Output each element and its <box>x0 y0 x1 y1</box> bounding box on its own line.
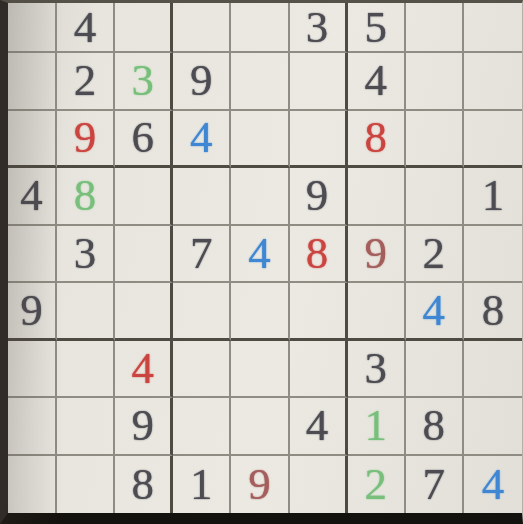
cell-r5c9[interactable] <box>464 226 522 284</box>
cell-r1c4[interactable] <box>173 3 231 53</box>
cell-r4c3[interactable] <box>115 168 173 226</box>
digit-given: 5 <box>364 5 387 50</box>
cell-r3c3[interactable]: 6 <box>115 111 173 169</box>
cell-r2c9[interactable] <box>464 53 522 111</box>
digit-given: 4 <box>74 5 97 50</box>
sudoku-board: 435239496484891374892948439418819274 <box>0 0 523 524</box>
digit-given: 8 <box>482 288 505 333</box>
digit-filled-dark_red: 9 <box>364 231 387 276</box>
cell-r8c2[interactable] <box>57 398 115 456</box>
digit-filled-blue: 4 <box>423 288 446 333</box>
digit-filled-blue: 4 <box>248 231 271 276</box>
digit-filled-green: 2 <box>364 462 387 507</box>
digit-given: 8 <box>423 403 446 448</box>
cell-r7c5[interactable] <box>231 341 289 399</box>
cell-r8c3[interactable]: 9 <box>115 398 173 456</box>
cell-r4c7[interactable] <box>348 168 406 226</box>
cell-r4c4[interactable] <box>173 168 231 226</box>
digit-filled-red: 9 <box>74 115 97 160</box>
cell-r5c5[interactable]: 4 <box>231 226 289 284</box>
cell-r9c5[interactable]: 9 <box>231 456 289 514</box>
sudoku-grid: 435239496484891374892948439418819274 <box>8 3 522 513</box>
cell-r4c2[interactable]: 8 <box>57 168 115 226</box>
cell-r7c6[interactable] <box>290 341 348 399</box>
cell-r4c8[interactable] <box>406 168 464 226</box>
digit-given: 8 <box>131 462 154 507</box>
digit-given: 1 <box>190 462 213 507</box>
cell-r4c6[interactable]: 9 <box>290 168 348 226</box>
cell-r3c7[interactable]: 8 <box>348 111 406 169</box>
cell-r8c1[interactable] <box>8 398 57 456</box>
cell-r7c1[interactable] <box>8 341 57 399</box>
cell-r2c8[interactable] <box>406 53 464 111</box>
cell-r6c5[interactable] <box>231 283 289 341</box>
cell-r2c2[interactable]: 2 <box>57 53 115 111</box>
cell-r1c5[interactable] <box>231 3 289 53</box>
digit-given: 4 <box>306 403 329 448</box>
cell-r9c4[interactable]: 1 <box>173 456 231 514</box>
cell-r9c3[interactable]: 8 <box>115 456 173 514</box>
digit-given: 7 <box>423 462 446 507</box>
cell-r2c5[interactable] <box>231 53 289 111</box>
digit-filled-dark_red: 9 <box>248 462 271 507</box>
digit-given: 9 <box>306 173 329 218</box>
cell-r1c2[interactable]: 4 <box>57 3 115 53</box>
digit-filled-red: 4 <box>131 346 154 391</box>
cell-r5c3[interactable] <box>115 226 173 284</box>
cell-r6c2[interactable] <box>57 283 115 341</box>
cell-r2c1[interactable] <box>8 53 57 111</box>
cell-r5c7[interactable]: 9 <box>348 226 406 284</box>
digit-given: 1 <box>482 173 505 218</box>
cell-r3c5[interactable] <box>231 111 289 169</box>
cell-r7c7[interactable]: 3 <box>348 341 406 399</box>
cell-r9c9[interactable]: 4 <box>464 456 522 514</box>
cell-r6c4[interactable] <box>173 283 231 341</box>
cell-r9c1[interactable] <box>8 456 57 514</box>
cell-r9c7[interactable]: 2 <box>348 456 406 514</box>
digit-given: 3 <box>364 346 387 391</box>
cell-r5c2[interactable]: 3 <box>57 226 115 284</box>
digit-given: 4 <box>364 58 387 103</box>
cell-r9c6[interactable] <box>290 456 348 514</box>
cell-r1c9[interactable] <box>464 3 522 53</box>
cell-r5c6[interactable]: 8 <box>290 226 348 284</box>
cell-r6c7[interactable] <box>348 283 406 341</box>
cell-r1c8[interactable] <box>406 3 464 53</box>
cell-r6c6[interactable] <box>290 283 348 341</box>
cell-r2c6[interactable] <box>290 53 348 111</box>
cell-r8c5[interactable] <box>231 398 289 456</box>
cell-r4c1[interactable]: 4 <box>8 168 57 226</box>
digit-given: 4 <box>20 173 43 218</box>
cell-r2c3[interactable]: 3 <box>115 53 173 111</box>
cell-r3c2[interactable]: 9 <box>57 111 115 169</box>
cell-r6c3[interactable] <box>115 283 173 341</box>
cell-r6c9[interactable]: 8 <box>464 283 522 341</box>
cell-r7c2[interactable] <box>57 341 115 399</box>
cell-r3c8[interactable] <box>406 111 464 169</box>
cell-r5c4[interactable]: 7 <box>173 226 231 284</box>
cell-r3c1[interactable] <box>8 111 57 169</box>
digit-given: 6 <box>131 115 154 160</box>
digit-filled-red: 8 <box>364 115 387 160</box>
cell-r8c9[interactable] <box>464 398 522 456</box>
cell-r2c7[interactable]: 4 <box>348 53 406 111</box>
digit-given: 3 <box>306 5 329 50</box>
cell-r7c4[interactable] <box>173 341 231 399</box>
digit-filled-red: 8 <box>306 231 329 276</box>
cell-r5c1[interactable] <box>8 226 57 284</box>
cell-r1c3[interactable] <box>115 3 173 53</box>
digit-given: 7 <box>190 231 213 276</box>
cell-r8c7[interactable]: 1 <box>348 398 406 456</box>
cell-r4c9[interactable]: 1 <box>464 168 522 226</box>
digit-given: 9 <box>20 288 43 333</box>
cell-r7c3[interactable]: 4 <box>115 341 173 399</box>
cell-r3c9[interactable] <box>464 111 522 169</box>
digit-given: 9 <box>190 58 213 103</box>
digit-given: 2 <box>423 231 446 276</box>
cell-r7c9[interactable] <box>464 341 522 399</box>
digit-given: 2 <box>74 58 97 103</box>
cell-r1c1[interactable] <box>8 3 57 53</box>
cell-r6c8[interactable]: 4 <box>406 283 464 341</box>
digit-filled-blue: 4 <box>190 115 213 160</box>
digit-filled-green: 1 <box>364 403 387 448</box>
digit-filled-blue: 4 <box>482 462 505 507</box>
cell-r9c2[interactable] <box>57 456 115 514</box>
digit-filled-green: 8 <box>74 173 97 218</box>
cell-r8c6[interactable]: 4 <box>290 398 348 456</box>
digit-given: 3 <box>74 231 97 276</box>
cell-r1c6[interactable]: 3 <box>290 3 348 53</box>
cell-r7c8[interactable] <box>406 341 464 399</box>
digit-filled-green: 3 <box>131 58 154 103</box>
cell-r6c1[interactable]: 9 <box>8 283 57 341</box>
cell-r8c4[interactable] <box>173 398 231 456</box>
cell-r3c4[interactable]: 4 <box>173 111 231 169</box>
cell-r8c8[interactable]: 8 <box>406 398 464 456</box>
cell-r2c4[interactable]: 9 <box>173 53 231 111</box>
digit-given: 9 <box>131 403 154 448</box>
sudoku-photo: 435239496484891374892948439418819274 <box>0 0 523 524</box>
cell-r9c8[interactable]: 7 <box>406 456 464 514</box>
cell-r1c7[interactable]: 5 <box>348 3 406 53</box>
cell-r5c8[interactable]: 2 <box>406 226 464 284</box>
cell-r3c6[interactable] <box>290 111 348 169</box>
cell-r4c5[interactable] <box>231 168 289 226</box>
